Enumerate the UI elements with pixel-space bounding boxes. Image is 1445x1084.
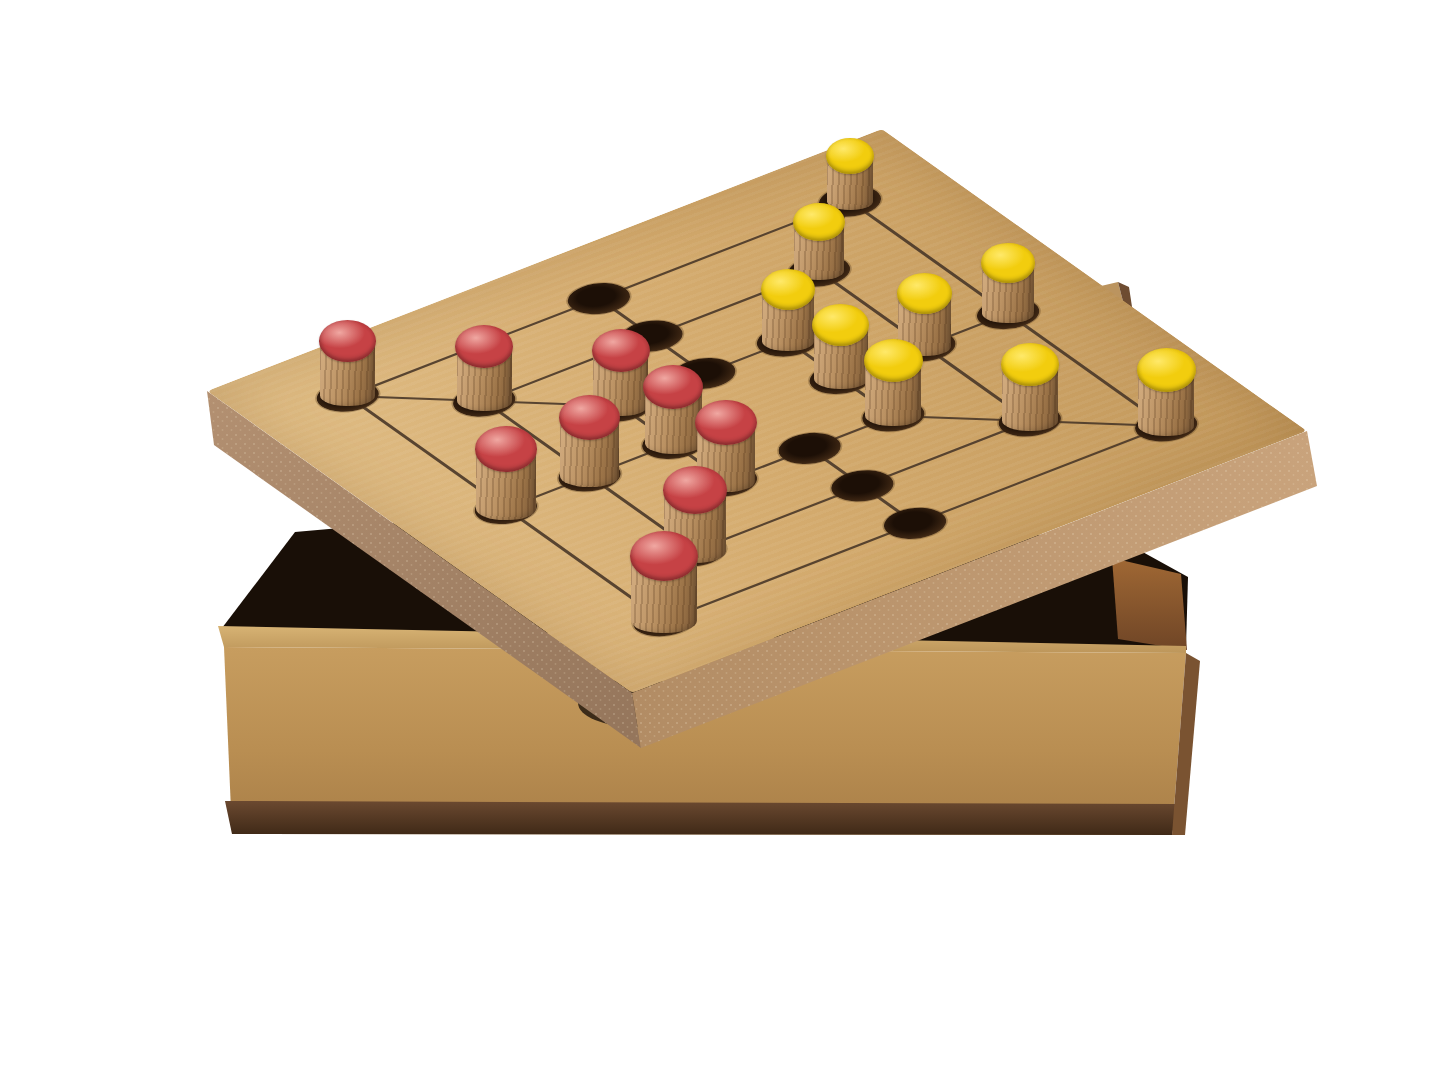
- yellow-paint-cap: [897, 273, 952, 314]
- yellow-paint-cap: [826, 138, 874, 174]
- yellow-peg-r0c6[interactable]: [826, 138, 874, 210]
- red-paint-cap: [643, 365, 703, 409]
- yellow-paint-cap: [761, 269, 816, 310]
- red-paint-cap: [663, 466, 728, 514]
- peg-hole[interactable]: [767, 426, 853, 470]
- red-peg-r1c1[interactable]: [455, 325, 513, 411]
- red-paint-cap: [559, 395, 620, 440]
- red-paint-cap: [695, 400, 756, 445]
- yellow-paint-cap: [981, 243, 1034, 283]
- red-paint-cap: [475, 426, 538, 472]
- yellow-paint-cap: [793, 203, 844, 241]
- peg-hole[interactable]: [820, 464, 906, 508]
- peg-hole[interactable]: [556, 277, 642, 321]
- red-peg-r6c0[interactable]: [630, 531, 698, 633]
- red-paint-cap: [592, 329, 650, 372]
- yellow-peg-r3c6[interactable]: [981, 243, 1034, 323]
- red-peg-r3c1[interactable]: [559, 395, 620, 487]
- yellow-peg-r5c5[interactable]: [1001, 343, 1060, 431]
- red-paint-cap: [630, 531, 698, 581]
- peg-hole[interactable]: [872, 501, 958, 545]
- yellow-peg-r3c4[interactable]: [812, 304, 869, 389]
- red-peg-r0c0[interactable]: [319, 320, 376, 406]
- yellow-paint-cap: [864, 339, 922, 382]
- yellow-paint-cap: [1137, 348, 1196, 392]
- yellow-peg-r2c4[interactable]: [761, 269, 816, 351]
- yellow-peg-r4c4[interactable]: [864, 339, 922, 426]
- box-front-stripe: [225, 801, 1178, 835]
- red-peg-r3c2[interactable]: [643, 365, 703, 454]
- yellow-paint-cap: [812, 304, 869, 346]
- red-peg-r3c0[interactable]: [475, 426, 538, 520]
- yellow-peg-r6c6[interactable]: [1137, 348, 1196, 436]
